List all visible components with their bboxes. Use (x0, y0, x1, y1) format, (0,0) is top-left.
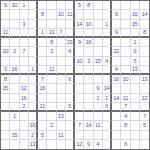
cell-r2c1-empty[interactable] (1, 10, 10, 19)
cell-r9c12-empty[interactable] (103, 75, 112, 84)
cell-r1c16-empty[interactable] (140, 1, 149, 10)
cell-r3c4-empty[interactable] (29, 20, 38, 29)
cell-r14c9-given[interactable]: 7 (75, 121, 84, 130)
cell-r10c5-given[interactable]: 16 (38, 84, 47, 93)
cell-r5c1-empty[interactable] (1, 38, 10, 47)
cell-r12c15-empty[interactable] (131, 103, 140, 112)
cell-r14c7-empty[interactable] (57, 121, 66, 130)
cell-r16c10-given[interactable]: 9 (84, 140, 93, 149)
cell-r7c12-given[interactable]: 4 (103, 57, 112, 66)
cell-r10c15-empty[interactable] (131, 84, 140, 93)
cell-r14c4-given[interactable]: 16 (29, 121, 38, 130)
cell-r2c4-empty[interactable] (29, 10, 38, 19)
cell-r15c16-empty[interactable] (140, 131, 149, 140)
cell-r9c2-empty[interactable] (10, 75, 19, 84)
cell-r8c6-given[interactable]: 12 (47, 66, 56, 75)
cell-r6c2-given[interactable]: 2 (10, 47, 19, 56)
cell-r1c15-empty[interactable] (131, 1, 140, 10)
cell-r12c4-empty[interactable] (29, 103, 38, 112)
cell-r14c11-given[interactable]: 11 (94, 121, 103, 130)
cell-r11c3-given[interactable]: 16 (20, 94, 29, 103)
cell-r9c1-given[interactable]: 8 (1, 75, 10, 84)
cell-r8c8-empty[interactable] (66, 66, 75, 75)
cell-r14c1-empty[interactable] (1, 121, 10, 130)
cell-r2c3-empty[interactable] (20, 10, 29, 19)
cell-r6c4-empty[interactable] (29, 47, 38, 56)
cell-r15c10-empty[interactable] (84, 131, 93, 140)
cell-r9c5-given[interactable]: 7 (38, 75, 47, 84)
cell-r12c6-empty[interactable] (47, 103, 56, 112)
cell-r1c13-empty[interactable] (112, 1, 121, 10)
cell-r5c10-given[interactable]: 16 (84, 38, 93, 47)
cell-r16c3-empty[interactable] (20, 140, 29, 149)
sudoku-screenshot: 9101588101161614314101151111379881591611… (0, 0, 150, 150)
cell-r4c2-empty[interactable] (10, 29, 19, 38)
cell-r3c2-empty[interactable] (10, 20, 19, 29)
cell-r8c13-given[interactable]: 4 (112, 66, 121, 75)
cell-r16c1-empty[interactable] (1, 140, 10, 149)
cell-r10c4-empty[interactable] (29, 84, 38, 93)
cell-r11c14-given[interactable]: 11 (121, 94, 130, 103)
cell-r2c9-empty[interactable] (75, 10, 84, 19)
cell-r10c9-empty[interactable] (75, 84, 84, 93)
cell-r14c15-empty[interactable] (131, 121, 140, 130)
cell-r1c2-given[interactable]: 10 (10, 1, 19, 10)
cell-r6c12-empty[interactable] (103, 47, 112, 56)
cell-r10c13-empty[interactable] (112, 84, 121, 93)
cell-r12c14-given[interactable]: 7 (121, 103, 130, 112)
cell-r6c11-empty[interactable] (94, 47, 103, 56)
cell-r2c13-given[interactable]: 6 (112, 10, 121, 19)
cell-r14c8-empty[interactable] (66, 121, 75, 130)
cell-r7c7-empty[interactable] (57, 57, 66, 66)
cell-r14c14-given[interactable]: 8 (121, 121, 130, 130)
cell-r15c6-empty[interactable] (47, 131, 56, 140)
cell-r15c14-empty[interactable] (121, 131, 130, 140)
cell-r5c4-empty[interactable] (29, 38, 38, 47)
cell-r7c4-empty[interactable] (29, 57, 38, 66)
cell-r15c15-empty[interactable] (131, 131, 140, 140)
cell-r12c12-given[interactable]: 6 (103, 103, 112, 112)
cell-r6c1-given[interactable]: 10 (1, 47, 10, 56)
cell-r5c5-empty[interactable] (38, 38, 47, 47)
cell-r1c9-given[interactable]: 5 (75, 1, 84, 10)
cell-r13c10-empty[interactable] (84, 112, 93, 121)
cell-r16c4-given[interactable]: 13 (29, 140, 38, 149)
cell-r13c13-empty[interactable] (112, 112, 121, 121)
cell-r4c1-given[interactable]: 11 (1, 29, 10, 38)
cell-r3c12-given[interactable]: 1 (103, 20, 112, 29)
cell-r4c11-empty[interactable] (94, 29, 103, 38)
cell-r15c13-empty[interactable] (112, 131, 121, 140)
cell-r13c14-given[interactable]: 4 (121, 112, 130, 121)
cell-r3c15-given[interactable]: 15 (131, 20, 140, 29)
cell-r13c6-empty[interactable] (47, 112, 56, 121)
cell-r14c12-empty[interactable] (103, 121, 112, 130)
cell-r6c7-empty[interactable] (57, 47, 66, 56)
cell-r5c16-empty[interactable] (140, 38, 149, 47)
cell-r2c15-given[interactable]: 16 (131, 10, 140, 19)
cell-r13c16-given[interactable]: 7 (140, 112, 149, 121)
cell-r9c6-empty[interactable] (47, 75, 56, 84)
cell-r13c12-empty[interactable] (103, 112, 112, 121)
cell-r14c13-empty[interactable] (112, 121, 121, 130)
cell-r11c8-empty[interactable] (66, 94, 75, 103)
cell-r11c1-empty[interactable] (1, 94, 10, 103)
cell-r15c9-empty[interactable] (75, 131, 84, 140)
cell-r8c1-given[interactable]: 3 (1, 66, 10, 75)
cell-r11c11-given[interactable]: 1 (94, 94, 103, 103)
cell-r6c6-given[interactable]: 3 (47, 47, 56, 56)
cell-r3c11-empty[interactable] (94, 20, 103, 29)
cell-r11c9-empty[interactable] (75, 94, 84, 103)
cell-r1c14-empty[interactable] (121, 1, 130, 10)
cell-r3c3-given[interactable]: 3 (20, 20, 29, 29)
cell-r6c16-empty[interactable] (140, 47, 149, 56)
cell-r13c8-empty[interactable] (66, 112, 75, 121)
cell-r1c12-empty[interactable] (103, 1, 112, 10)
cell-r4c6-given[interactable]: 13 (47, 29, 56, 38)
cell-r3c16-empty[interactable] (140, 20, 149, 29)
cell-r7c16-empty[interactable] (140, 57, 149, 66)
cell-r16c2-empty[interactable] (10, 140, 19, 149)
cell-r8c2-given[interactable]: 16 (10, 66, 19, 75)
cell-r5c15-given[interactable]: 1 (131, 38, 140, 47)
cell-r14c5-empty[interactable] (38, 121, 47, 130)
cell-r8c14-empty[interactable] (121, 66, 130, 75)
cell-r13c5-empty[interactable] (38, 112, 47, 121)
cell-r1c1-given[interactable]: 9 (1, 1, 10, 10)
cell-r9c10-empty[interactable] (84, 75, 93, 84)
cell-r3c7-empty[interactable] (57, 20, 66, 29)
cell-r8c7-empty[interactable] (57, 66, 66, 75)
cell-r10c3-given[interactable]: 12 (20, 84, 29, 93)
cell-r10c7-empty[interactable] (57, 84, 66, 93)
cell-r12c16-empty[interactable] (140, 103, 149, 112)
cell-r13c7-given[interactable]: 13 (57, 112, 66, 121)
cell-r9c7-empty[interactable] (57, 75, 66, 84)
cell-r11c15-empty[interactable] (131, 94, 140, 103)
cell-r14c6-given[interactable]: 2 (47, 121, 56, 130)
cell-r11c6-empty[interactable] (47, 94, 56, 103)
cell-r13c4-empty[interactable] (29, 112, 38, 121)
cell-r7c15-given[interactable]: 5 (131, 57, 140, 66)
cell-r4c13-given[interactable]: 9 (112, 29, 121, 38)
cell-r2c10-empty[interactable] (84, 10, 93, 19)
cell-r6c14-empty[interactable] (121, 47, 130, 56)
cell-r10c11-given[interactable]: 9 (94, 84, 103, 93)
cell-r2c2-empty[interactable] (10, 10, 19, 19)
cell-r1c6-empty[interactable] (47, 1, 56, 10)
cell-r4c5-given[interactable]: 1 (38, 29, 47, 38)
cell-r5c8-given[interactable]: 15 (66, 38, 75, 47)
cell-r4c16-given[interactable]: 8 (140, 29, 149, 38)
cell-r9c13-given[interactable]: 16 (112, 75, 121, 84)
cell-r7c8-empty[interactable] (66, 57, 75, 66)
cell-r1c4-empty[interactable] (29, 1, 38, 10)
sudoku-board-16x16: 9101588101161614314101151111379881591611… (0, 0, 150, 150)
cell-r16c15-empty[interactable] (131, 140, 140, 149)
cell-r6c8-given[interactable]: 4 (66, 47, 75, 56)
cell-r11c13-given[interactable]: 14 (112, 94, 121, 103)
cell-r10c8-empty[interactable] (66, 84, 75, 93)
cell-r9c9-empty[interactable] (75, 75, 84, 84)
cell-r13c2-given[interactable]: 1 (10, 112, 19, 121)
cell-r11c12-given[interactable]: 2 (103, 94, 112, 103)
cell-r2c11-empty[interactable] (94, 10, 103, 19)
cell-r4c8-empty[interactable] (66, 29, 75, 38)
cell-r14c3-empty[interactable] (20, 121, 29, 130)
cell-r9c4-empty[interactable] (29, 75, 38, 84)
cell-r9c15-empty[interactable] (131, 75, 140, 84)
cell-r10c14-empty[interactable] (121, 84, 130, 93)
cell-r6c10-empty[interactable] (84, 47, 93, 56)
cell-r5c11-empty[interactable] (94, 38, 103, 47)
cell-r7c1-empty[interactable] (1, 57, 10, 66)
cell-r9c3-empty[interactable] (20, 75, 29, 84)
cell-r3c10-given[interactable]: 10 (84, 20, 93, 29)
cell-r9c8-given[interactable]: 6 (66, 75, 75, 84)
cell-r9c16-given[interactable]: 13 (140, 75, 149, 84)
cell-r16c7-empty[interactable] (57, 140, 66, 149)
cell-r16c6-empty[interactable] (47, 140, 56, 149)
cell-r8c9-empty[interactable] (75, 66, 84, 75)
cell-r4c14-empty[interactable] (121, 29, 130, 38)
cell-r16c14-given[interactable]: 6 (121, 140, 130, 149)
cell-r15c2-given[interactable]: 15 (10, 131, 19, 140)
cell-r6c13-given[interactable]: 12 (112, 47, 121, 56)
cell-r8c11-empty[interactable] (94, 66, 103, 75)
cell-r6c9-empty[interactable] (75, 47, 84, 56)
cell-r12c7-empty[interactable] (57, 103, 66, 112)
cell-r15c3-empty[interactable] (20, 131, 29, 140)
cell-r6c3-given[interactable]: 7 (20, 47, 29, 56)
cell-r15c5-given[interactable]: 5 (38, 131, 47, 140)
cell-r5c14-empty[interactable] (121, 38, 130, 47)
cell-r1c3-given[interactable]: 1 (20, 1, 29, 10)
cell-r12c1-empty[interactable] (1, 103, 10, 112)
cell-r16c9-given[interactable]: 12 (75, 140, 84, 149)
cell-r12c2-empty[interactable] (10, 103, 19, 112)
cell-r9c14-given[interactable]: 10 (121, 75, 130, 84)
cell-r5c3-empty[interactable] (20, 38, 29, 47)
cell-r2c8-given[interactable]: 11 (66, 10, 75, 19)
cell-r8c5-empty[interactable] (38, 66, 47, 75)
cell-r15c4-given[interactable]: 2 (29, 131, 38, 140)
cell-r10c12-given[interactable]: 14 (103, 84, 112, 93)
cell-r11c16-given[interactable]: 12 (140, 94, 149, 103)
cell-r7c9-given[interactable]: 10 (75, 57, 84, 66)
cell-r12c5-given[interactable]: 11 (38, 103, 47, 112)
cell-r1c5-empty[interactable] (38, 1, 47, 10)
cell-r4c7-given[interactable]: 7 (57, 29, 66, 38)
cell-r8c3-empty[interactable] (20, 66, 29, 75)
cell-r4c3-empty[interactable] (20, 29, 29, 38)
cell-r4c12-empty[interactable] (103, 29, 112, 38)
cell-r6c5-empty[interactable] (38, 47, 47, 56)
cell-r8c15-given[interactable]: 13 (131, 66, 140, 75)
cell-r7c5-empty[interactable] (38, 57, 47, 66)
cell-r2c7-given[interactable]: 10 (57, 10, 66, 19)
cell-r15c12-empty[interactable] (103, 131, 112, 140)
cell-r12c13-empty[interactable] (112, 103, 121, 112)
cell-r7c14-empty[interactable] (121, 57, 130, 66)
cell-r11c4-empty[interactable] (29, 94, 38, 103)
cell-r6c15-given[interactable]: 9 (131, 47, 140, 56)
cell-r15c8-empty[interactable] (66, 131, 75, 140)
cell-r3c1-empty[interactable] (1, 20, 10, 29)
cell-r11c7-empty[interactable] (57, 94, 66, 103)
cell-r4c10-empty[interactable] (84, 29, 93, 38)
cell-r13c11-empty[interactable] (94, 112, 103, 121)
cell-r13c1-empty[interactable] (1, 112, 10, 121)
cell-r1c8-empty[interactable] (66, 1, 75, 10)
cell-r12c3-given[interactable]: 2 (20, 103, 29, 112)
cell-r15c7-given[interactable]: 11 (57, 131, 66, 140)
cell-r5c12-empty[interactable] (103, 38, 112, 47)
cell-r3c13-empty[interactable] (112, 20, 121, 29)
cell-r7c13-empty[interactable] (112, 57, 121, 66)
cell-r12c10-empty[interactable] (84, 103, 93, 112)
cell-r14c16-given[interactable]: 5 (140, 121, 149, 130)
cell-r3c8-empty[interactable] (66, 20, 75, 29)
cell-r12c11-empty[interactable] (94, 103, 103, 112)
cell-r11c5-empty[interactable] (38, 94, 47, 103)
cell-r5c9-given[interactable]: 9 (75, 38, 84, 47)
cell-r10c10-empty[interactable] (84, 84, 93, 93)
cell-r5c7-empty[interactable] (57, 38, 66, 47)
cell-r1c10-given[interactable]: 8 (84, 1, 93, 10)
cell-r5c2-empty[interactable] (10, 38, 19, 47)
cell-r3c5-empty[interactable] (38, 20, 47, 29)
cell-r15c1-empty[interactable] (1, 131, 10, 140)
cell-r10c6-empty[interactable] (47, 84, 56, 93)
cell-r2c5-given[interactable]: 8 (38, 10, 47, 19)
cell-r14c10-given[interactable]: 14 (84, 121, 93, 130)
cell-r10c16-empty[interactable] (140, 84, 149, 93)
cell-r8c10-empty[interactable] (84, 66, 93, 75)
cell-r16c16-empty[interactable] (140, 140, 149, 149)
cell-r5c6-given[interactable]: 8 (47, 38, 56, 47)
cell-r10c1-given[interactable]: 15 (1, 84, 10, 93)
cell-r2c14-empty[interactable] (121, 10, 130, 19)
cell-r5c13-empty[interactable] (112, 38, 121, 47)
cell-r13c3-empty[interactable] (20, 112, 29, 121)
cell-r16c5-empty[interactable] (38, 140, 47, 149)
cell-r11c2-empty[interactable] (10, 94, 19, 103)
cell-r13c9-empty[interactable] (75, 112, 84, 121)
cell-r2c16-given[interactable]: 14 (140, 10, 149, 19)
cell-r13c15-empty[interactable] (131, 112, 140, 121)
cell-r16c11-given[interactable]: 4 (94, 140, 103, 149)
cell-r16c12-empty[interactable] (103, 140, 112, 149)
cell-r12c9-empty[interactable] (75, 103, 84, 112)
cell-r16c8-empty[interactable] (66, 140, 75, 149)
cell-r14c2-empty[interactable] (10, 121, 19, 130)
cell-r4c4-empty[interactable] (29, 29, 38, 38)
cell-r7c3-empty[interactable] (20, 57, 29, 66)
cell-r1c11-empty[interactable] (94, 1, 103, 10)
cell-r7c6-empty[interactable] (47, 57, 56, 66)
cell-r1c7-empty[interactable] (57, 1, 66, 10)
cell-r4c15-empty[interactable] (131, 29, 140, 38)
cell-r8c4-given[interactable]: 1 (29, 66, 38, 75)
cell-r7c11-given[interactable]: 15 (94, 57, 103, 66)
cell-r16c13-empty[interactable] (112, 140, 121, 149)
cell-r8c12-empty[interactable] (103, 66, 112, 75)
cell-r8c16-empty[interactable] (140, 66, 149, 75)
cell-r4c9-empty[interactable] (75, 29, 84, 38)
cell-r3c6-empty[interactable] (47, 20, 56, 29)
cell-r2c6-empty[interactable] (47, 10, 56, 19)
cell-r9c11-empty[interactable] (94, 75, 103, 84)
cell-r2c12-empty[interactable] (103, 10, 112, 19)
cell-r3c9-given[interactable]: 14 (75, 20, 84, 29)
cell-r7c10-given[interactable]: 3 (84, 57, 93, 66)
cell-r12c8-given[interactable]: 5 (66, 103, 75, 112)
cell-r7c2-empty[interactable] (10, 57, 19, 66)
cell-r10c2-empty[interactable] (10, 84, 19, 93)
cell-r3c14-empty[interactable] (121, 20, 130, 29)
cell-r11c10-empty[interactable] (84, 94, 93, 103)
cell-r15c11-empty[interactable] (94, 131, 103, 140)
